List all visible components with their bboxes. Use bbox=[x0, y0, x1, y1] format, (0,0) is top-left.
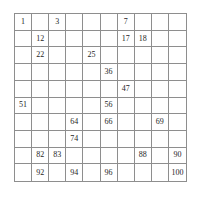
cell-r6c6-given-56: 56 bbox=[101, 98, 118, 115]
cell-r6c10-empty[interactable] bbox=[169, 98, 186, 115]
cell-r3c8-empty[interactable] bbox=[135, 47, 152, 64]
cell-r10c3-empty[interactable] bbox=[49, 164, 66, 181]
cell-r4c6-given-36: 36 bbox=[101, 64, 118, 81]
cell-r4c10-empty[interactable] bbox=[169, 64, 186, 81]
cell-r3c10-empty[interactable] bbox=[169, 47, 186, 64]
cell-r9c2-given-82: 82 bbox=[32, 148, 49, 165]
cell-r9c8-given-88: 88 bbox=[135, 148, 152, 165]
cell-r8c10-empty[interactable] bbox=[169, 131, 186, 148]
cell-r10c2-given-92: 92 bbox=[32, 164, 49, 181]
cell-r2c4-empty[interactable] bbox=[66, 31, 83, 48]
cell-r5c5-empty[interactable] bbox=[83, 81, 100, 98]
cell-r8c4-given-74: 74 bbox=[66, 131, 83, 148]
cell-r7c10-empty[interactable] bbox=[169, 114, 186, 131]
cell-r8c6-empty[interactable] bbox=[101, 131, 118, 148]
cell-r2c6-empty[interactable] bbox=[101, 31, 118, 48]
hundreds-chart-grid: 1371217182225364751566466697482838890929… bbox=[14, 13, 187, 182]
cell-r8c2-empty[interactable] bbox=[32, 131, 49, 148]
cell-r3c3-empty[interactable] bbox=[49, 47, 66, 64]
cell-r6c9-empty[interactable] bbox=[152, 98, 169, 115]
cell-r8c9-empty[interactable] bbox=[152, 131, 169, 148]
cell-r1c5-empty[interactable] bbox=[83, 14, 100, 31]
cell-r2c5-empty[interactable] bbox=[83, 31, 100, 48]
cell-r2c9-empty[interactable] bbox=[152, 31, 169, 48]
cell-r2c2-given-12: 12 bbox=[32, 31, 49, 48]
cell-r1c4-empty[interactable] bbox=[66, 14, 83, 31]
cell-r8c8-empty[interactable] bbox=[135, 131, 152, 148]
cell-r8c7-empty[interactable] bbox=[118, 131, 135, 148]
cell-r9c3-given-83: 83 bbox=[49, 148, 66, 165]
cell-r10c8-empty[interactable] bbox=[135, 164, 152, 181]
cell-r5c8-empty[interactable] bbox=[135, 81, 152, 98]
cell-r9c9-empty[interactable] bbox=[152, 148, 169, 165]
cell-r10c5-empty[interactable] bbox=[83, 164, 100, 181]
cell-r4c4-empty[interactable] bbox=[66, 64, 83, 81]
cell-r3c5-given-25: 25 bbox=[83, 47, 100, 64]
cell-r3c4-empty[interactable] bbox=[66, 47, 83, 64]
cell-r5c10-empty[interactable] bbox=[169, 81, 186, 98]
cell-r10c7-empty[interactable] bbox=[118, 164, 135, 181]
cell-r7c3-empty[interactable] bbox=[49, 114, 66, 131]
cell-r1c10-empty[interactable] bbox=[169, 14, 186, 31]
cell-r6c3-empty[interactable] bbox=[49, 98, 66, 115]
cell-r2c7-given-17: 17 bbox=[118, 31, 135, 48]
cell-r9c5-empty[interactable] bbox=[83, 148, 100, 165]
cell-r10c4-given-94: 94 bbox=[66, 164, 83, 181]
cell-r6c7-empty[interactable] bbox=[118, 98, 135, 115]
worksheet-page: 1371217182225364751566466697482838890929… bbox=[0, 0, 200, 200]
cell-r10c1-empty[interactable] bbox=[15, 164, 32, 181]
cell-r4c3-empty[interactable] bbox=[49, 64, 66, 81]
cell-r1c9-empty[interactable] bbox=[152, 14, 169, 31]
cell-r9c4-empty[interactable] bbox=[66, 148, 83, 165]
cell-r7c5-empty[interactable] bbox=[83, 114, 100, 131]
cell-r1c1-given-1: 1 bbox=[15, 14, 32, 31]
cell-r4c7-empty[interactable] bbox=[118, 64, 135, 81]
cell-r1c8-empty[interactable] bbox=[135, 14, 152, 31]
cell-r7c1-empty[interactable] bbox=[15, 114, 32, 131]
cell-r3c2-given-22: 22 bbox=[32, 47, 49, 64]
cell-r7c9-given-69: 69 bbox=[152, 114, 169, 131]
cell-r3c9-empty[interactable] bbox=[152, 47, 169, 64]
cell-r4c2-empty[interactable] bbox=[32, 64, 49, 81]
cell-r1c6-empty[interactable] bbox=[101, 14, 118, 31]
cell-r6c1-given-51: 51 bbox=[15, 98, 32, 115]
cell-r2c1-empty[interactable] bbox=[15, 31, 32, 48]
cell-r9c7-empty[interactable] bbox=[118, 148, 135, 165]
cell-r2c3-empty[interactable] bbox=[49, 31, 66, 48]
cell-r6c5-empty[interactable] bbox=[83, 98, 100, 115]
cell-r8c1-empty[interactable] bbox=[15, 131, 32, 148]
cell-r1c2-empty[interactable] bbox=[32, 14, 49, 31]
cell-r6c8-empty[interactable] bbox=[135, 98, 152, 115]
cell-r7c6-given-66: 66 bbox=[101, 114, 118, 131]
cell-r8c3-empty[interactable] bbox=[49, 131, 66, 148]
cell-r10c9-empty[interactable] bbox=[152, 164, 169, 181]
cell-r7c8-empty[interactable] bbox=[135, 114, 152, 131]
cell-r3c6-empty[interactable] bbox=[101, 47, 118, 64]
cell-r7c2-empty[interactable] bbox=[32, 114, 49, 131]
cell-r5c3-empty[interactable] bbox=[49, 81, 66, 98]
cell-r7c7-empty[interactable] bbox=[118, 114, 135, 131]
cell-r2c8-given-18: 18 bbox=[135, 31, 152, 48]
cell-r2c10-empty[interactable] bbox=[169, 31, 186, 48]
cell-r3c7-empty[interactable] bbox=[118, 47, 135, 64]
cell-r3c1-empty[interactable] bbox=[15, 47, 32, 64]
cell-r5c6-empty[interactable] bbox=[101, 81, 118, 98]
cell-r9c6-empty[interactable] bbox=[101, 148, 118, 165]
cell-r7c4-given-64: 64 bbox=[66, 114, 83, 131]
cell-r5c7-given-47: 47 bbox=[118, 81, 135, 98]
cell-r5c4-empty[interactable] bbox=[66, 81, 83, 98]
cell-r4c5-empty[interactable] bbox=[83, 64, 100, 81]
cell-r1c3-given-3: 3 bbox=[49, 14, 66, 31]
cell-r5c9-empty[interactable] bbox=[152, 81, 169, 98]
cell-r9c10-given-90: 90 bbox=[169, 148, 186, 165]
cell-r4c1-empty[interactable] bbox=[15, 64, 32, 81]
cell-r9c1-empty[interactable] bbox=[15, 148, 32, 165]
cell-r5c2-empty[interactable] bbox=[32, 81, 49, 98]
cell-r6c2-empty[interactable] bbox=[32, 98, 49, 115]
cell-r1c7-given-7: 7 bbox=[118, 14, 135, 31]
cell-r4c8-empty[interactable] bbox=[135, 64, 152, 81]
cell-r4c9-empty[interactable] bbox=[152, 64, 169, 81]
cell-r8c5-empty[interactable] bbox=[83, 131, 100, 148]
cell-r5c1-empty[interactable] bbox=[15, 81, 32, 98]
cell-r10c6-given-96: 96 bbox=[101, 164, 118, 181]
cell-r10c10-given-100: 100 bbox=[169, 164, 186, 181]
cell-r6c4-empty[interactable] bbox=[66, 98, 83, 115]
